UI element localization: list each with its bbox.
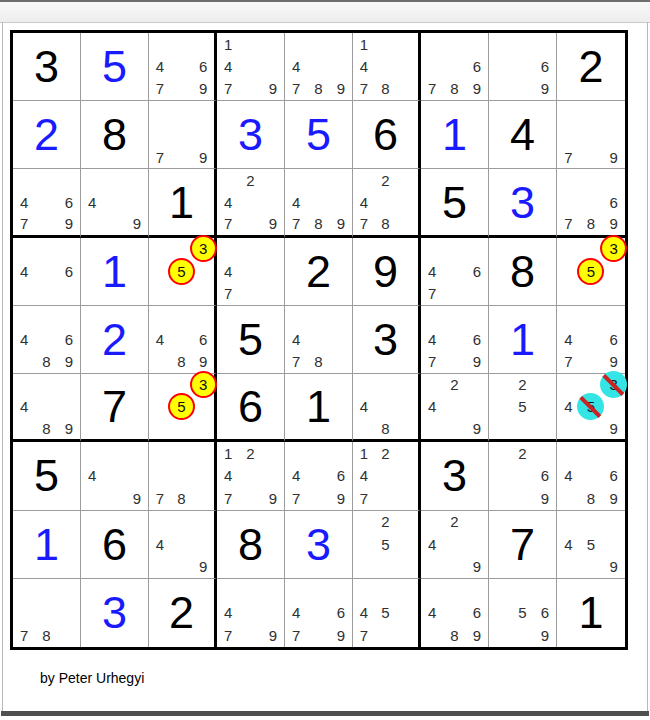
cell-r2c3[interactable]: 79 xyxy=(149,101,217,169)
given-value: 8 xyxy=(102,112,127,157)
cell-r9c8[interactable]: 569 xyxy=(489,579,557,647)
cell-r8c9[interactable]: 459 xyxy=(557,511,625,579)
candidate-7: 7 xyxy=(149,146,171,168)
candidate-9: 9 xyxy=(192,146,214,168)
candidate-8: 8 xyxy=(307,213,329,235)
cell-r5c6[interactable]: 3 xyxy=(353,306,421,374)
cell-r7c3[interactable]: 78 xyxy=(149,442,217,510)
candidate-8: 8 xyxy=(580,487,603,509)
cell-r2c7[interactable]: 1 xyxy=(421,101,489,169)
candidate-9: 9 xyxy=(262,213,284,235)
candidate-6: 6 xyxy=(466,328,488,350)
toolbar-strip xyxy=(0,0,650,23)
highlighted-candidate-5: 5 xyxy=(168,393,195,420)
cell-r5c1[interactable]: 4689 xyxy=(13,306,81,374)
candidate-9: 9 xyxy=(192,555,214,577)
cell-r7c6[interactable]: 1247 xyxy=(353,442,421,510)
cell-r9c4[interactable]: 479 xyxy=(217,579,285,647)
cell-r8c3[interactable]: 49 xyxy=(149,511,217,579)
candidate-9: 9 xyxy=(262,624,284,647)
candidate-5: 5 xyxy=(580,533,603,555)
candidate-7: 7 xyxy=(217,487,239,509)
candidate-9: 9 xyxy=(126,213,148,235)
candidate-2: 2 xyxy=(239,442,261,464)
candidate-4: 4 xyxy=(421,328,443,350)
cell-r6c4[interactable]: 6 xyxy=(217,374,285,442)
candidate-9: 9 xyxy=(58,418,80,440)
candidate-1: 1 xyxy=(353,442,375,464)
candidate-4: 4 xyxy=(13,396,35,418)
cell-r3c9[interactable]: 6789 xyxy=(557,169,625,237)
candidate-9: 9 xyxy=(534,624,556,647)
cell-r1c7[interactable]: 6789 xyxy=(421,33,489,101)
cell-r1c8[interactable]: 69 xyxy=(489,33,557,101)
entered-value: 2 xyxy=(102,317,127,362)
cell-r1c9[interactable]: 2 xyxy=(557,33,625,101)
entered-value: 3 xyxy=(306,522,331,567)
candidate-6: 6 xyxy=(58,328,80,350)
candidate-4: 4 xyxy=(217,602,239,625)
candidate-9: 9 xyxy=(602,351,625,373)
cell-r7c5[interactable]: 4679 xyxy=(285,442,353,510)
candidate-4: 4 xyxy=(353,602,375,625)
candidate-9: 9 xyxy=(466,418,488,440)
candidate-4: 4 xyxy=(421,533,443,555)
candidate-4: 4 xyxy=(557,465,580,487)
candidate-4: 4 xyxy=(149,533,171,555)
cell-r5c9[interactable]: 4679 xyxy=(557,306,625,374)
candidate-4: 4 xyxy=(421,260,443,282)
cell-r3c1[interactable]: 4679 xyxy=(13,169,81,237)
candidate-7: 7 xyxy=(353,624,375,647)
candidate-1: 1 xyxy=(353,33,375,55)
candidate-4: 4 xyxy=(13,191,35,213)
candidate-4: 4 xyxy=(217,465,239,487)
candidate-7: 7 xyxy=(285,624,307,647)
cell-r9c3[interactable]: 2 xyxy=(149,579,217,647)
cell-r8c8[interactable]: 7 xyxy=(489,511,557,579)
candidate-4: 4 xyxy=(285,55,307,77)
candidate-6: 6 xyxy=(330,602,352,625)
candidate-9: 9 xyxy=(262,78,284,100)
candidate-4: 4 xyxy=(13,260,35,282)
candidate-9: 9 xyxy=(192,351,214,373)
highlighted-candidate-5: 5 xyxy=(577,258,604,285)
candidate-6: 6 xyxy=(58,260,80,282)
given-value: 6 xyxy=(102,522,127,567)
cell-r6c6[interactable]: 48 xyxy=(353,374,421,442)
candidate-8: 8 xyxy=(171,487,193,509)
candidate-4: 4 xyxy=(149,55,171,77)
candidate-4: 4 xyxy=(557,396,580,418)
cell-r6c9[interactable]: 3459 xyxy=(557,374,625,442)
candidate-2: 2 xyxy=(239,169,261,191)
candidate-1: 1 xyxy=(217,442,239,464)
candidate-9: 9 xyxy=(330,487,352,509)
entered-value: 2 xyxy=(34,112,59,157)
candidate-2: 2 xyxy=(375,511,397,533)
window-border-right xyxy=(647,22,648,712)
candidate-6: 6 xyxy=(602,328,625,350)
candidate-7: 7 xyxy=(217,282,239,304)
cell-r2c1[interactable]: 2 xyxy=(13,101,81,169)
cell-r8c7[interactable]: 249 xyxy=(421,511,489,579)
cell-r4c9[interactable]: 35 xyxy=(557,238,625,306)
candidate-2: 2 xyxy=(375,169,397,191)
candidate-4: 4 xyxy=(353,465,375,487)
candidate-2: 2 xyxy=(511,442,533,464)
candidate-9: 9 xyxy=(330,213,352,235)
cell-r8c4[interactable]: 8 xyxy=(217,511,285,579)
cell-r9c5[interactable]: 4679 xyxy=(285,579,353,647)
entered-value: 1 xyxy=(34,522,59,567)
candidate-2: 2 xyxy=(443,511,465,533)
candidate-7: 7 xyxy=(285,487,307,509)
highlighted-candidate-5: 5 xyxy=(168,258,195,285)
cell-r5c4[interactable]: 5 xyxy=(217,306,285,374)
entered-value: 1 xyxy=(102,249,127,294)
candidate-2: 2 xyxy=(375,442,397,464)
cell-r3c6[interactable]: 2478 xyxy=(353,169,421,237)
candidate-7: 7 xyxy=(557,351,580,373)
given-value: 3 xyxy=(442,453,467,498)
cell-r6c7[interactable]: 249 xyxy=(421,374,489,442)
candidate-4: 4 xyxy=(217,191,239,213)
cell-r2c9[interactable]: 79 xyxy=(557,101,625,169)
candidate-9: 9 xyxy=(330,624,352,647)
candidate-7: 7 xyxy=(557,146,580,168)
cell-r5c8[interactable]: 1 xyxy=(489,306,557,374)
cell-r8c6[interactable]: 25 xyxy=(353,511,421,579)
cell-r4c6[interactable]: 9 xyxy=(353,238,421,306)
cell-r1c1[interactable]: 3 xyxy=(13,33,81,101)
given-value: 2 xyxy=(306,249,331,294)
candidate-8: 8 xyxy=(35,418,57,440)
candidate-8: 8 xyxy=(35,624,57,647)
given-value: 6 xyxy=(238,384,263,429)
candidate-8: 8 xyxy=(35,351,57,373)
cell-r7c9[interactable]: 4689 xyxy=(557,442,625,510)
candidate-7: 7 xyxy=(353,487,375,509)
candidate-6: 6 xyxy=(534,465,556,487)
given-value: 7 xyxy=(510,522,535,567)
candidate-6: 6 xyxy=(58,191,80,213)
candidate-9: 9 xyxy=(466,624,488,647)
cell-r4c3[interactable]: 35 xyxy=(149,238,217,306)
cell-r8c5[interactable]: 3 xyxy=(285,511,353,579)
candidate-7: 7 xyxy=(353,213,375,235)
cell-r6c5[interactable]: 1 xyxy=(285,374,353,442)
candidate-4: 4 xyxy=(217,260,239,282)
cell-r1c4[interactable]: 1479 xyxy=(217,33,285,101)
cell-r2c4[interactable]: 3 xyxy=(217,101,285,169)
cell-r6c1[interactable]: 489 xyxy=(13,374,81,442)
candidate-7: 7 xyxy=(149,487,171,509)
given-value: 7 xyxy=(102,384,127,429)
given-value: 9 xyxy=(373,249,398,294)
cell-r2c5[interactable]: 5 xyxy=(285,101,353,169)
candidate-9: 9 xyxy=(466,78,488,100)
sudoku-board: 3546791479478914786789692287935614794679… xyxy=(10,30,628,650)
candidate-6: 6 xyxy=(534,55,556,77)
candidate-7: 7 xyxy=(421,78,443,100)
eliminated-candidate-3: 3 xyxy=(600,371,627,398)
candidate-7: 7 xyxy=(557,213,580,235)
cell-r9c9[interactable]: 1 xyxy=(557,579,625,647)
candidate-5: 5 xyxy=(375,533,397,555)
cell-r4c2[interactable]: 1 xyxy=(81,238,149,306)
candidate-6: 6 xyxy=(192,55,214,77)
candidate-7: 7 xyxy=(421,351,443,373)
given-value: 1 xyxy=(169,180,194,225)
highlighted-candidate-3: 3 xyxy=(600,235,627,262)
candidate-9: 9 xyxy=(602,487,625,509)
candidate-4: 4 xyxy=(285,465,307,487)
candidate-8: 8 xyxy=(443,78,465,100)
candidate-4: 4 xyxy=(557,533,580,555)
candidate-9: 9 xyxy=(602,418,625,440)
candidate-4: 4 xyxy=(217,55,239,77)
candidate-9: 9 xyxy=(602,146,625,168)
candidate-5: 5 xyxy=(375,602,397,625)
candidate-8: 8 xyxy=(375,418,397,440)
window-border-bottom xyxy=(1,711,649,716)
entered-value: 1 xyxy=(510,317,535,362)
candidate-7: 7 xyxy=(217,78,239,100)
candidate-6: 6 xyxy=(534,602,556,625)
cell-r7c2[interactable]: 49 xyxy=(81,442,149,510)
entered-value: 5 xyxy=(306,112,331,157)
entered-value: 1 xyxy=(442,112,467,157)
given-value: 8 xyxy=(238,522,263,567)
candidate-2: 2 xyxy=(443,374,465,396)
candidate-8: 8 xyxy=(443,624,465,647)
candidate-6: 6 xyxy=(602,191,625,213)
cell-r5c7[interactable]: 4679 xyxy=(421,306,489,374)
candidate-7: 7 xyxy=(13,213,35,235)
candidate-8: 8 xyxy=(171,351,193,373)
window-border-left xyxy=(2,22,3,712)
candidate-4: 4 xyxy=(81,191,103,213)
cell-r5c3[interactable]: 4689 xyxy=(149,306,217,374)
highlighted-candidate-3: 3 xyxy=(190,371,217,398)
candidate-9: 9 xyxy=(602,213,625,235)
candidate-4: 4 xyxy=(81,465,103,487)
highlighted-candidate-3: 3 xyxy=(190,235,217,262)
cell-r1c3[interactable]: 4679 xyxy=(149,33,217,101)
cell-r9c2[interactable]: 3 xyxy=(81,579,149,647)
candidate-8: 8 xyxy=(307,78,329,100)
entered-value: 3 xyxy=(238,112,263,157)
candidate-7: 7 xyxy=(353,78,375,100)
entered-value: 3 xyxy=(510,180,535,225)
cell-r9c6[interactable]: 457 xyxy=(353,579,421,647)
candidate-2: 2 xyxy=(511,374,533,396)
cell-r4c4[interactable]: 47 xyxy=(217,238,285,306)
given-value: 2 xyxy=(578,44,603,89)
candidate-4: 4 xyxy=(285,602,307,625)
candidate-5: 5 xyxy=(511,396,533,418)
candidate-4: 4 xyxy=(353,55,375,77)
candidate-4: 4 xyxy=(285,328,307,350)
given-value: 1 xyxy=(578,590,603,635)
candidate-4: 4 xyxy=(13,328,35,350)
cell-r3c4[interactable]: 2479 xyxy=(217,169,285,237)
candidate-6: 6 xyxy=(466,602,488,625)
candidate-9: 9 xyxy=(534,487,556,509)
eliminated-candidate-5: 5 xyxy=(577,393,604,420)
candidate-6: 6 xyxy=(330,465,352,487)
entered-value: 3 xyxy=(102,590,127,635)
given-value: 1 xyxy=(306,384,331,429)
candidate-9: 9 xyxy=(466,555,488,577)
cell-r3c8[interactable]: 3 xyxy=(489,169,557,237)
cell-r3c2[interactable]: 49 xyxy=(81,169,149,237)
cell-r4c7[interactable]: 467 xyxy=(421,238,489,306)
given-value: 5 xyxy=(34,453,59,498)
given-value: 6 xyxy=(373,112,398,157)
candidate-6: 6 xyxy=(602,465,625,487)
candidate-4: 4 xyxy=(421,396,443,418)
candidate-9: 9 xyxy=(192,78,214,100)
candidate-7: 7 xyxy=(421,282,443,304)
cell-r8c2[interactable]: 6 xyxy=(81,511,149,579)
cell-r1c5[interactable]: 4789 xyxy=(285,33,353,101)
candidate-9: 9 xyxy=(58,351,80,373)
cell-r9c1[interactable]: 78 xyxy=(13,579,81,647)
cell-r7c1[interactable]: 5 xyxy=(13,442,81,510)
candidate-8: 8 xyxy=(580,213,603,235)
cell-r3c3[interactable]: 1 xyxy=(149,169,217,237)
candidate-7: 7 xyxy=(285,78,307,100)
cell-r7c8[interactable]: 269 xyxy=(489,442,557,510)
cell-r5c5[interactable]: 478 xyxy=(285,306,353,374)
given-value: 3 xyxy=(373,317,398,362)
candidate-4: 4 xyxy=(353,191,375,213)
given-value: 5 xyxy=(442,180,467,225)
candidate-9: 9 xyxy=(330,78,352,100)
candidate-1: 1 xyxy=(217,33,239,55)
cell-r3c5[interactable]: 4789 xyxy=(285,169,353,237)
given-value: 2 xyxy=(169,590,194,635)
candidate-7: 7 xyxy=(13,624,35,647)
entered-value: 5 xyxy=(102,44,127,89)
candidate-7: 7 xyxy=(285,351,307,373)
cell-r4c5[interactable]: 2 xyxy=(285,238,353,306)
cell-r1c6[interactable]: 1478 xyxy=(353,33,421,101)
candidate-9: 9 xyxy=(534,78,556,100)
candidate-7: 7 xyxy=(217,213,239,235)
candidate-8: 8 xyxy=(375,78,397,100)
cell-r4c8[interactable]: 8 xyxy=(489,238,557,306)
cell-r5c2[interactable]: 2 xyxy=(81,306,149,374)
candidate-8: 8 xyxy=(375,213,397,235)
candidate-6: 6 xyxy=(466,260,488,282)
given-value: 3 xyxy=(34,44,59,89)
candidate-4: 4 xyxy=(557,328,580,350)
candidate-9: 9 xyxy=(466,351,488,373)
candidate-5: 5 xyxy=(511,602,533,625)
cell-r7c4[interactable]: 12479 xyxy=(217,442,285,510)
cell-r3c7[interactable]: 5 xyxy=(421,169,489,237)
cell-r2c2[interactable]: 8 xyxy=(81,101,149,169)
cell-r1c2[interactable]: 5 xyxy=(81,33,149,101)
candidate-7: 7 xyxy=(149,78,171,100)
cell-r4c1[interactable]: 46 xyxy=(13,238,81,306)
cell-r6c2[interactable]: 7 xyxy=(81,374,149,442)
given-value: 5 xyxy=(238,317,263,362)
cell-r6c8[interactable]: 25 xyxy=(489,374,557,442)
candidate-4: 4 xyxy=(149,328,171,350)
cell-r2c6[interactable]: 6 xyxy=(353,101,421,169)
cell-r6c3[interactable]: 35 xyxy=(149,374,217,442)
given-value: 4 xyxy=(510,112,535,157)
candidate-6: 6 xyxy=(466,55,488,77)
candidate-9: 9 xyxy=(126,487,148,509)
candidate-9: 9 xyxy=(58,213,80,235)
candidate-6: 6 xyxy=(192,328,214,350)
candidate-8: 8 xyxy=(307,351,329,373)
cell-r9c7[interactable]: 4689 xyxy=(421,579,489,647)
given-value: 8 xyxy=(510,249,535,294)
cell-r8c1[interactable]: 1 xyxy=(13,511,81,579)
puzzle-credit: by Peter Urhegyi xyxy=(40,670,144,686)
candidate-9: 9 xyxy=(602,555,625,577)
candidate-4: 4 xyxy=(421,602,443,625)
candidate-4: 4 xyxy=(285,191,307,213)
candidate-7: 7 xyxy=(217,624,239,647)
candidate-9: 9 xyxy=(262,487,284,509)
cell-r2c8[interactable]: 4 xyxy=(489,101,557,169)
cell-r7c7[interactable]: 3 xyxy=(421,442,489,510)
candidate-7: 7 xyxy=(285,213,307,235)
candidate-4: 4 xyxy=(353,396,375,418)
